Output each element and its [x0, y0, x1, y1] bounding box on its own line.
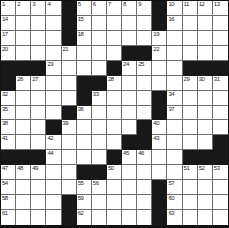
cell-r1c12[interactable]: 10	[167, 1, 182, 16]
cell-r10c5[interactable]	[62, 135, 77, 150]
black-cell-r4c9	[122, 46, 137, 61]
clue-number-8: 8	[123, 1, 126, 8]
clue-number-21: 21	[63, 46, 69, 53]
cell-r3c2[interactable]	[16, 31, 31, 46]
black-cell-r9c10	[137, 120, 152, 135]
cell-r9c1[interactable]: 38	[1, 120, 16, 135]
cell-r15c3[interactable]	[31, 210, 46, 225]
cell-r2c10[interactable]	[137, 16, 152, 31]
cell-r6c11[interactable]	[152, 76, 167, 91]
cell-r15c15[interactable]	[213, 210, 228, 225]
cell-r15c13[interactable]	[183, 210, 198, 225]
clue-number-18: 18	[78, 31, 84, 38]
cell-r7c12[interactable]: 34	[167, 91, 182, 106]
clue-number-54: 54	[2, 180, 8, 187]
black-cell-r2c11	[152, 16, 167, 31]
cell-r10c6[interactable]	[77, 135, 92, 150]
cell-r14c12[interactable]: 60	[167, 195, 182, 210]
clue-number-39: 39	[63, 120, 69, 127]
cell-r15c8[interactable]	[107, 210, 122, 225]
black-cell-r5c8	[107, 61, 122, 76]
cell-r1c8[interactable]: 7	[107, 1, 122, 16]
cell-r1c6[interactable]: 5	[77, 1, 92, 16]
cell-r12c15[interactable]: 53	[213, 165, 228, 180]
cell-r3c14[interactable]	[198, 31, 213, 46]
clue-number-11: 11	[184, 1, 189, 8]
cell-r2c4[interactable]	[46, 16, 61, 31]
clue-number-1: 1	[2, 1, 5, 8]
cell-r2c15[interactable]	[213, 16, 228, 31]
cell-r14c9[interactable]	[122, 195, 137, 210]
cell-r5c10[interactable]: 25	[137, 61, 152, 76]
cell-r7c7[interactable]: 33	[92, 91, 107, 106]
cell-r13c5[interactable]	[62, 180, 77, 195]
clue-number-31: 31	[214, 76, 220, 83]
cell-r6c3[interactable]: 27	[31, 76, 46, 91]
clue-number-47: 47	[2, 165, 8, 172]
black-cell-r3c5	[62, 31, 77, 46]
cell-r2c14[interactable]	[198, 16, 213, 31]
black-cell-r5c3	[31, 61, 46, 76]
cell-r6c9[interactable]	[122, 76, 137, 91]
black-cell-r6c6	[77, 76, 92, 91]
cell-r13c12[interactable]: 57	[167, 180, 182, 195]
cell-r8c8[interactable]	[107, 106, 122, 121]
cell-r8c14[interactable]	[198, 106, 213, 121]
clue-number-12: 12	[199, 1, 205, 8]
cell-r9c6[interactable]	[77, 120, 92, 135]
cell-r8c3[interactable]	[31, 106, 46, 121]
cell-r10c11[interactable]: 43	[152, 135, 167, 150]
cell-r5c7[interactable]	[92, 61, 107, 76]
clue-number-49: 49	[32, 165, 38, 172]
cell-r14c10[interactable]	[137, 195, 152, 210]
cell-r13c15[interactable]	[213, 180, 228, 195]
cell-r8c9[interactable]	[122, 106, 137, 121]
cell-r15c1[interactable]: 61	[1, 210, 16, 225]
clue-number-43: 43	[153, 135, 159, 142]
cell-r3c11[interactable]: 19	[152, 31, 167, 46]
cell-r4c5[interactable]: 21	[62, 46, 77, 61]
cell-r12c12[interactable]	[167, 165, 182, 180]
clue-number-30: 30	[199, 76, 205, 83]
cell-r3c7[interactable]	[92, 31, 107, 46]
cell-r2c7[interactable]	[92, 16, 107, 31]
clue-number-50: 50	[108, 165, 114, 172]
cell-r1c1[interactable]: 1	[1, 1, 16, 16]
black-cell-r13c11	[152, 180, 167, 195]
cell-r15c2[interactable]	[16, 210, 31, 225]
clue-number-59: 59	[78, 195, 84, 202]
clue-number-24: 24	[123, 61, 129, 68]
clue-number-45: 45	[123, 150, 129, 157]
black-cell-r5c1	[1, 61, 16, 76]
clue-number-4: 4	[47, 1, 50, 8]
cell-r11c4[interactable]: 44	[46, 150, 61, 165]
cell-r1c9[interactable]: 8	[122, 1, 137, 16]
cell-r1c2[interactable]: 2	[16, 1, 31, 16]
clue-number-60: 60	[168, 195, 174, 202]
cell-r11c11[interactable]	[152, 150, 167, 165]
clue-number-62: 62	[78, 210, 84, 217]
cell-r4c11[interactable]: 22	[152, 46, 167, 61]
clue-number-61: 61	[2, 210, 8, 217]
cell-r11c7[interactable]	[92, 150, 107, 165]
black-cell-r11c13	[183, 150, 198, 165]
cell-r6c2[interactable]: 26	[16, 76, 31, 91]
cell-r8c2[interactable]	[16, 106, 31, 121]
clue-number-20: 20	[2, 46, 8, 53]
cell-r11c12[interactable]	[167, 150, 182, 165]
cell-r5c4[interactable]: 23	[46, 61, 61, 76]
cell-r13c1[interactable]: 54	[1, 180, 16, 195]
cell-r7c1[interactable]: 32	[1, 91, 16, 106]
black-cell-r11c15	[213, 150, 228, 165]
cell-r9c12[interactable]	[167, 120, 182, 135]
cell-r7c3[interactable]	[31, 91, 46, 106]
clue-number-23: 23	[47, 61, 53, 68]
clue-number-15: 15	[78, 16, 84, 23]
clue-number-25: 25	[138, 61, 144, 68]
cell-r2c8[interactable]	[107, 16, 122, 31]
cell-r3c15[interactable]	[213, 31, 228, 46]
cell-r7c8[interactable]	[107, 91, 122, 106]
cell-r13c7[interactable]: 56	[92, 180, 107, 195]
cell-r1c10[interactable]: 9	[137, 1, 152, 16]
clue-number-53: 53	[214, 165, 220, 172]
cell-r2c12[interactable]: 16	[167, 16, 182, 31]
cell-r4c4[interactable]	[46, 46, 61, 61]
clue-number-13: 13	[214, 1, 220, 8]
cell-r6c12[interactable]	[167, 76, 182, 91]
cell-r3c9[interactable]	[122, 31, 137, 46]
cell-r8c12[interactable]: 37	[167, 106, 182, 121]
cell-r7c10[interactable]	[137, 91, 152, 106]
black-cell-r14c11	[152, 195, 167, 210]
black-cell-r12c7	[92, 165, 107, 180]
cell-r10c8[interactable]	[107, 135, 122, 150]
clue-number-26: 26	[17, 76, 23, 83]
cell-r13c3[interactable]	[31, 180, 46, 195]
cell-r9c11[interactable]: 40	[152, 120, 167, 135]
cell-r15c14[interactable]	[198, 210, 213, 225]
cell-r10c14[interactable]	[198, 135, 213, 150]
cell-r6c14[interactable]: 30	[198, 76, 213, 91]
black-cell-r4c10	[137, 46, 152, 61]
cell-r14c2[interactable]	[16, 195, 31, 210]
cell-r10c13[interactable]	[183, 135, 198, 150]
cell-r10c4[interactable]: 42	[46, 135, 61, 150]
black-cell-r11c3	[31, 150, 46, 165]
cell-r7c15[interactable]	[213, 91, 228, 106]
cell-r3c6[interactable]: 18	[77, 31, 92, 46]
cell-r4c14[interactable]	[198, 46, 213, 61]
cell-r14c8[interactable]	[107, 195, 122, 210]
black-cell-r11c14	[198, 150, 213, 165]
black-cell-r11c2	[16, 150, 31, 165]
black-cell-r7c11	[152, 91, 167, 106]
cell-r9c14[interactable]	[198, 120, 213, 135]
cell-r14c1[interactable]: 58	[1, 195, 16, 210]
cell-r3c12[interactable]	[167, 31, 182, 46]
crossword-grid: 1234567891011121314151617181920212223242…	[0, 0, 229, 228]
clue-number-16: 16	[168, 16, 174, 23]
cell-r8c15[interactable]	[213, 106, 228, 121]
clue-number-28: 28	[108, 76, 114, 83]
cell-r9c3[interactable]	[31, 120, 46, 135]
cell-r8c10[interactable]	[137, 106, 152, 121]
cell-r14c3[interactable]	[31, 195, 46, 210]
cell-r6c8[interactable]: 28	[107, 76, 122, 91]
cell-r4c12[interactable]	[167, 46, 182, 61]
cell-r9c9[interactable]	[122, 120, 137, 135]
black-cell-r10c9	[122, 135, 137, 150]
cell-r10c7[interactable]	[92, 135, 107, 150]
cell-r13c4[interactable]	[46, 180, 61, 195]
cell-r7c13[interactable]	[183, 91, 198, 106]
cell-r14c13[interactable]	[183, 195, 198, 210]
black-cell-r14c5	[62, 195, 77, 210]
black-cell-r15c5	[62, 210, 77, 225]
clue-number-48: 48	[17, 165, 23, 172]
black-cell-r9c4	[46, 120, 61, 135]
clue-number-40: 40	[153, 120, 159, 127]
cell-r13c10[interactable]	[137, 180, 152, 195]
clue-number-22: 22	[153, 46, 159, 53]
black-cell-r12c6	[77, 165, 92, 180]
black-cell-r1c5	[62, 1, 77, 16]
black-cell-r6c1	[1, 76, 16, 91]
cell-r2c13[interactable]	[183, 16, 198, 31]
cell-r1c3[interactable]: 3	[31, 1, 46, 16]
cell-r1c7[interactable]: 6	[92, 1, 107, 16]
clue-number-51: 51	[184, 165, 190, 172]
cell-r4c1[interactable]: 20	[1, 46, 16, 61]
cell-r10c12[interactable]	[167, 135, 182, 150]
clue-number-52: 52	[199, 165, 205, 172]
clue-number-9: 9	[138, 1, 141, 8]
black-cell-r5c13	[183, 61, 198, 76]
cell-r12c3[interactable]: 49	[31, 165, 46, 180]
clue-number-2: 2	[17, 1, 20, 8]
cell-r15c12[interactable]: 63	[167, 210, 182, 225]
clue-number-32: 32	[2, 91, 8, 98]
clue-number-5: 5	[78, 1, 81, 8]
cell-r4c13[interactable]	[183, 46, 198, 61]
clue-number-44: 44	[47, 150, 53, 157]
cell-r5c11[interactable]	[152, 61, 167, 76]
cell-r3c1[interactable]: 17	[1, 31, 16, 46]
cell-r11c10[interactable]: 46	[137, 150, 152, 165]
black-cell-r15c11	[152, 210, 167, 225]
cell-r4c15[interactable]	[213, 46, 228, 61]
clue-number-35: 35	[2, 106, 8, 113]
cell-r14c14[interactable]	[198, 195, 213, 210]
cell-r14c4[interactable]	[46, 195, 61, 210]
clue-number-10: 10	[168, 1, 174, 8]
cell-r10c1[interactable]: 41	[1, 135, 16, 150]
clue-number-63: 63	[168, 210, 174, 217]
cell-r4c6[interactable]	[77, 46, 92, 61]
cell-r12c10[interactable]	[137, 165, 152, 180]
cell-r14c7[interactable]	[92, 195, 107, 210]
cell-r15c6[interactable]: 62	[77, 210, 92, 225]
clue-number-57: 57	[168, 180, 174, 187]
black-cell-r1c11	[152, 1, 167, 16]
clue-number-55: 55	[78, 180, 84, 187]
cell-r13c14[interactable]	[198, 180, 213, 195]
cell-r7c5[interactable]	[62, 91, 77, 106]
cell-r4c3[interactable]	[31, 46, 46, 61]
clue-number-7: 7	[108, 1, 111, 8]
cell-r13c9[interactable]	[122, 180, 137, 195]
cell-r12c13[interactable]: 51	[183, 165, 198, 180]
clue-number-37: 37	[168, 106, 174, 113]
cell-r4c2[interactable]	[16, 46, 31, 61]
cell-r1c14[interactable]: 12	[198, 1, 213, 16]
black-cell-r5c15	[213, 61, 228, 76]
clue-number-6: 6	[93, 1, 96, 8]
cell-r6c4[interactable]	[46, 76, 61, 91]
black-cell-r2c5	[62, 16, 77, 31]
cell-r2c3[interactable]	[31, 16, 46, 31]
cell-r12c9[interactable]	[122, 165, 137, 180]
clue-number-34: 34	[168, 91, 174, 98]
cell-r6c5[interactable]	[62, 76, 77, 91]
cell-r12c14[interactable]: 52	[198, 165, 213, 180]
clue-number-46: 46	[138, 150, 144, 157]
cell-r9c15[interactable]	[213, 120, 228, 135]
cell-r8c4[interactable]	[46, 106, 61, 121]
black-cell-r11c1	[1, 150, 16, 165]
cell-r5c5[interactable]	[62, 61, 77, 76]
clue-number-41: 41	[2, 135, 8, 142]
cell-r8c6[interactable]: 36	[77, 106, 92, 121]
cell-r5c9[interactable]: 24	[122, 61, 137, 76]
cell-r8c13[interactable]	[183, 106, 198, 121]
cell-r8c7[interactable]	[92, 106, 107, 121]
cell-r2c2[interactable]	[16, 16, 31, 31]
cell-r9c5[interactable]: 39	[62, 120, 77, 135]
cell-r13c8[interactable]	[107, 180, 122, 195]
cell-r10c2[interactable]	[16, 135, 31, 150]
cell-r8c1[interactable]: 35	[1, 106, 16, 121]
black-cell-r10c10	[137, 135, 152, 150]
cell-r13c13[interactable]	[183, 180, 198, 195]
cell-r4c8[interactable]	[107, 46, 122, 61]
clue-number-27: 27	[32, 76, 38, 83]
cell-r4c7[interactable]	[92, 46, 107, 61]
clue-number-42: 42	[47, 135, 53, 142]
cell-r13c6[interactable]: 55	[77, 180, 92, 195]
cell-r13c2[interactable]	[16, 180, 31, 195]
cell-r7c14[interactable]	[198, 91, 213, 106]
cell-r12c4[interactable]	[46, 165, 61, 180]
black-cell-r10c15	[213, 135, 228, 150]
clue-number-38: 38	[2, 120, 8, 127]
cell-r7c4[interactable]	[46, 91, 61, 106]
clue-number-33: 33	[93, 91, 99, 98]
cell-r9c8[interactable]	[107, 120, 122, 135]
cell-r1c13[interactable]: 11	[183, 1, 198, 16]
cell-r12c8[interactable]: 50	[107, 165, 122, 180]
clue-number-29: 29	[184, 76, 190, 83]
clue-number-14: 14	[2, 16, 8, 23]
black-cell-r8c11	[152, 106, 167, 121]
cell-r5c6[interactable]	[77, 61, 92, 76]
cell-r7c9[interactable]	[122, 91, 137, 106]
clue-number-3: 3	[32, 1, 35, 8]
cell-r6c10[interactable]	[137, 76, 152, 91]
cell-r14c6[interactable]: 59	[77, 195, 92, 210]
cell-r2c1[interactable]: 14	[1, 16, 16, 31]
clue-number-17: 17	[2, 31, 8, 38]
black-cell-r8c5	[62, 106, 77, 121]
cell-r11c5[interactable]	[62, 150, 77, 165]
clue-number-36: 36	[78, 106, 84, 113]
cell-r6c13[interactable]: 29	[183, 76, 198, 91]
cell-r1c15[interactable]: 13	[213, 1, 228, 16]
cell-r3c8[interactable]	[107, 31, 122, 46]
cell-r15c4[interactable]	[46, 210, 61, 225]
cell-r3c4[interactable]	[46, 31, 61, 46]
cell-r15c9[interactable]	[122, 210, 137, 225]
cell-r2c6[interactable]: 15	[77, 16, 92, 31]
cell-r7c2[interactable]	[16, 91, 31, 106]
cell-r9c2[interactable]	[16, 120, 31, 135]
cell-r6c15[interactable]: 31	[213, 76, 228, 91]
cell-r12c1[interactable]: 47	[1, 165, 16, 180]
cell-r15c10[interactable]	[137, 210, 152, 225]
cell-r3c13[interactable]	[183, 31, 198, 46]
cell-r10c3[interactable]	[31, 135, 46, 150]
cell-r12c11[interactable]	[152, 165, 167, 180]
cell-r9c13[interactable]	[183, 120, 198, 135]
cell-r15c7[interactable]	[92, 210, 107, 225]
cell-r11c6[interactable]	[77, 150, 92, 165]
cell-r3c10[interactable]	[137, 31, 152, 46]
cell-r3c3[interactable]	[31, 31, 46, 46]
cell-r5c12[interactable]	[167, 61, 182, 76]
cell-r11c9[interactable]: 45	[122, 150, 137, 165]
cell-r9c7[interactable]	[92, 120, 107, 135]
cell-r12c2[interactable]: 48	[16, 165, 31, 180]
black-cell-r5c2	[16, 61, 31, 76]
clue-number-19: 19	[153, 31, 159, 38]
cell-r2c9[interactable]	[122, 16, 137, 31]
cell-r1c4[interactable]: 4	[46, 1, 61, 16]
black-cell-r5c14	[198, 61, 213, 76]
black-cell-r7c6	[77, 91, 92, 106]
clue-number-58: 58	[2, 195, 8, 202]
black-cell-r6c7	[92, 76, 107, 91]
cell-r14c15[interactable]	[213, 195, 228, 210]
black-cell-r11c8	[107, 150, 122, 165]
clue-number-56: 56	[93, 180, 99, 187]
cell-r12c5[interactable]	[62, 165, 77, 180]
